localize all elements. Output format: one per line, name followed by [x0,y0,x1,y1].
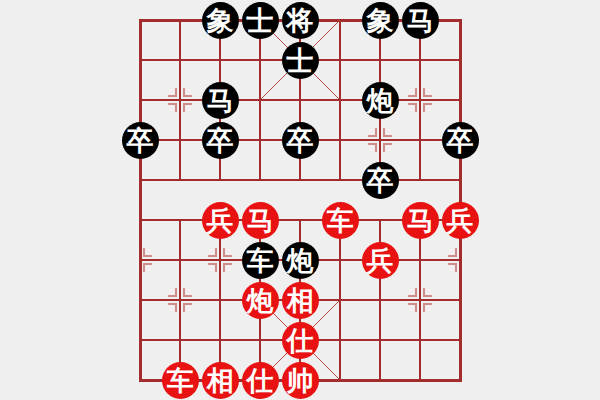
board-point [400,120,440,160]
board-point: 卒 [280,120,320,160]
board-point [440,160,480,200]
piece-black-advisor[interactable]: 士 [282,42,319,79]
board-point [120,40,160,80]
board-point [120,360,160,400]
board-point: 兵 [360,240,400,280]
piece-black-cannon[interactable]: 炮 [282,242,319,279]
xiangqi-board: 象士将象马士马炮卒卒卒卒卒兵马车马兵车炮兵炮相仕车相仕帅 [120,0,480,400]
piece-red-horse[interactable]: 马 [402,202,439,239]
board-point: 卒 [200,120,240,160]
board-point [320,240,360,280]
board-point [120,0,160,40]
piece-red-cannon[interactable]: 炮 [242,282,279,319]
board-point [320,120,360,160]
board-point: 相 [200,360,240,400]
board-point [280,160,320,200]
board-point [400,80,440,120]
board-point [320,160,360,200]
board-point: 马 [400,200,440,240]
board-point [160,200,200,240]
board-point [240,120,280,160]
board-point [320,80,360,120]
board-point: 士 [240,0,280,40]
board-point [360,40,400,80]
piece-black-pawn[interactable]: 卒 [122,122,159,159]
board-point [360,200,400,240]
board-point [200,240,240,280]
board-point [440,240,480,280]
board-point [160,280,200,320]
board-point [120,80,160,120]
piece-black-chariot[interactable]: 车 [242,242,279,279]
piece-red-pawn[interactable]: 兵 [442,202,479,239]
board-point: 象 [360,0,400,40]
board-point [160,160,200,200]
board-point: 相 [280,280,320,320]
board-point [400,240,440,280]
piece-red-advisor[interactable]: 仕 [242,362,279,399]
board-point [320,280,360,320]
piece-red-elephant[interactable]: 相 [202,362,239,399]
board-point [160,120,200,160]
board-point [120,280,160,320]
piece-black-advisor[interactable]: 士 [242,2,279,39]
board-point [400,360,440,400]
board-point [320,40,360,80]
board-point [360,280,400,320]
board-point [360,360,400,400]
board-point [160,80,200,120]
piece-red-chariot[interactable]: 车 [162,362,199,399]
board-point: 卒 [360,160,400,200]
piece-red-elephant[interactable]: 相 [282,282,319,319]
board-point [120,160,160,200]
board-point [200,280,240,320]
piece-red-advisor[interactable]: 仕 [282,322,319,359]
board-point [120,240,160,280]
piece-red-horse[interactable]: 马 [242,202,279,239]
piece-black-elephant[interactable]: 象 [362,2,399,39]
piece-red-chariot[interactable]: 车 [322,202,359,239]
board-point: 卒 [440,120,480,160]
piece-black-elephant[interactable]: 象 [202,2,239,39]
piece-red-pawn[interactable]: 兵 [362,242,399,279]
board-point [400,160,440,200]
board-point [280,200,320,240]
piece-black-pawn[interactable]: 卒 [202,122,239,159]
board-point [240,320,280,360]
board-point: 仕 [240,360,280,400]
board-point: 炮 [240,280,280,320]
piece-black-horse[interactable]: 马 [202,82,239,119]
piece-black-cannon[interactable]: 炮 [362,82,399,119]
board-point: 马 [400,0,440,40]
board-point: 炮 [280,240,320,280]
board-point: 炮 [360,80,400,120]
board-point: 马 [200,80,240,120]
board-point [400,40,440,80]
board-point [440,40,480,80]
board-point [440,280,480,320]
board-point [440,0,480,40]
board-point [320,320,360,360]
board-point [240,160,280,200]
xiangqi-board-screen: 象士将象马士马炮卒卒卒卒卒兵马车马兵车炮兵炮相仕车相仕帅 [0,0,600,400]
board-point [280,80,320,120]
board-point [160,320,200,360]
board-point [400,320,440,360]
piece-black-general[interactable]: 将 [282,2,319,39]
board-point: 将 [280,0,320,40]
piece-black-pawn[interactable]: 卒 [362,162,399,199]
board-point [120,320,160,360]
piece-black-horse[interactable]: 马 [402,2,439,39]
board-point: 马 [240,200,280,240]
board-point [440,320,480,360]
board-point [160,40,200,80]
board-point: 帅 [280,360,320,400]
board-point [200,160,240,200]
board-point [360,120,400,160]
board-point [360,320,400,360]
board-point: 车 [320,200,360,240]
board-point [200,40,240,80]
board-point [200,320,240,360]
piece-black-pawn[interactable]: 卒 [282,122,319,159]
board-point [400,280,440,320]
board-point [320,0,360,40]
board-point [160,240,200,280]
board-point [120,200,160,240]
piece-red-pawn[interactable]: 兵 [202,202,239,239]
board-point: 卒 [120,120,160,160]
board-point: 兵 [200,200,240,240]
board-point [240,40,280,80]
piece-red-general[interactable]: 帅 [282,362,319,399]
board-point [160,0,200,40]
board-point: 车 [240,240,280,280]
board-point: 象 [200,0,240,40]
board-point: 士 [280,40,320,80]
board-point: 车 [160,360,200,400]
board-point [440,360,480,400]
board-point [240,80,280,120]
board-point: 兵 [440,200,480,240]
board-point [440,80,480,120]
piece-black-pawn[interactable]: 卒 [442,122,479,159]
board-point: 仕 [280,320,320,360]
board-point [320,360,360,400]
